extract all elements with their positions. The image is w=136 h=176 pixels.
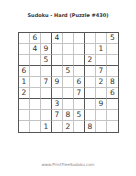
cell-r9c4[interactable] xyxy=(52,121,63,132)
cell-r7c3[interactable] xyxy=(41,99,52,110)
cell-r2c9[interactable] xyxy=(107,44,118,55)
cell-r8c2[interactable] xyxy=(30,110,41,121)
cell-r7c1[interactable] xyxy=(19,99,30,110)
cell-r9c8[interactable] xyxy=(96,121,107,132)
cell-r8c8[interactable] xyxy=(96,110,107,121)
cell-r1c8[interactable] xyxy=(96,33,107,44)
cell-r9c7[interactable]: 8 xyxy=(85,121,96,132)
cell-r7c4[interactable]: 3 xyxy=(52,99,63,110)
cell-r5c3[interactable]: 7 xyxy=(41,77,52,88)
cell-r9c1[interactable] xyxy=(19,121,30,132)
cell-r7c7[interactable] xyxy=(85,99,96,110)
cell-r2c3[interactable]: 9 xyxy=(41,44,52,55)
cell-r2c7[interactable] xyxy=(85,44,96,55)
cell-r2c4[interactable] xyxy=(52,44,63,55)
cell-r3c5[interactable] xyxy=(63,55,74,66)
cell-r1c7[interactable] xyxy=(85,33,96,44)
cell-r3c9[interactable] xyxy=(107,55,118,66)
cell-r5c7[interactable] xyxy=(85,77,96,88)
cell-r6c5[interactable] xyxy=(63,88,74,99)
cell-r7c8[interactable]: 9 xyxy=(96,99,107,110)
cell-r5c1[interactable]: 1 xyxy=(19,77,30,88)
cell-r7c9[interactable] xyxy=(107,99,118,110)
cell-r6c3[interactable] xyxy=(41,88,52,99)
cell-r5c2[interactable] xyxy=(30,77,41,88)
page-title: Sudoku - Hard (Puzzle #430) xyxy=(0,12,136,18)
cell-r1c6[interactable] xyxy=(74,33,85,44)
cell-r9c5[interactable]: 2 xyxy=(63,121,74,132)
footer-url: www.PrintFreeSudoku.com xyxy=(0,162,136,167)
cell-r1c9[interactable]: 5 xyxy=(107,33,118,44)
cell-r4c7[interactable] xyxy=(85,66,96,77)
cell-r3c4[interactable] xyxy=(52,55,63,66)
cell-r4c3[interactable] xyxy=(41,66,52,77)
cell-r9c2[interactable] xyxy=(30,121,41,132)
cell-r3c3[interactable]: 5 xyxy=(41,55,52,66)
cell-r5c4[interactable]: 9 xyxy=(52,77,63,88)
cell-r2c8[interactable]: 1 xyxy=(96,44,107,55)
cell-r8c4[interactable]: 7 xyxy=(52,110,63,121)
printable-sudoku-page: Sudoku - Hard (Puzzle #430) 645491526571… xyxy=(0,0,136,176)
cell-r7c5[interactable] xyxy=(63,99,74,110)
cell-r5c8[interactable]: 2 xyxy=(96,77,107,88)
cell-r4c4[interactable] xyxy=(52,66,63,77)
cell-r1c4[interactable]: 4 xyxy=(52,33,63,44)
cell-r4c1[interactable]: 6 xyxy=(19,66,30,77)
cell-r4c5[interactable]: 5 xyxy=(63,66,74,77)
sudoku-grid: 6454915265717962827639785128 xyxy=(18,32,119,133)
cell-r2c2[interactable]: 4 xyxy=(30,44,41,55)
cell-r9c6[interactable] xyxy=(74,121,85,132)
cell-r4c6[interactable] xyxy=(74,66,85,77)
cell-r6c1[interactable]: 2 xyxy=(19,88,30,99)
cell-r1c3[interactable] xyxy=(41,33,52,44)
cell-r3c8[interactable] xyxy=(96,55,107,66)
cell-r4c8[interactable]: 7 xyxy=(96,66,107,77)
cell-r8c6[interactable]: 5 xyxy=(74,110,85,121)
cell-r7c2[interactable] xyxy=(30,99,41,110)
cell-r6c9[interactable]: 6 xyxy=(107,88,118,99)
cell-r3c6[interactable] xyxy=(74,55,85,66)
cell-r6c7[interactable] xyxy=(85,88,96,99)
cell-r3c7[interactable]: 2 xyxy=(85,55,96,66)
cell-r6c8[interactable] xyxy=(96,88,107,99)
cell-r8c5[interactable]: 8 xyxy=(63,110,74,121)
cell-r7c6[interactable] xyxy=(74,99,85,110)
cell-r9c3[interactable]: 1 xyxy=(41,121,52,132)
cell-r4c9[interactable] xyxy=(107,66,118,77)
cell-r6c4[interactable] xyxy=(52,88,63,99)
cell-r3c1[interactable] xyxy=(19,55,30,66)
cell-r2c5[interactable] xyxy=(63,44,74,55)
cell-r8c9[interactable] xyxy=(107,110,118,121)
cell-r1c5[interactable] xyxy=(63,33,74,44)
cell-r1c2[interactable]: 6 xyxy=(30,33,41,44)
cell-r2c1[interactable] xyxy=(19,44,30,55)
cell-r9c9[interactable] xyxy=(107,121,118,132)
cell-r5c9[interactable]: 8 xyxy=(107,77,118,88)
cell-r1c1[interactable] xyxy=(19,33,30,44)
cell-r5c5[interactable] xyxy=(63,77,74,88)
cell-r4c2[interactable] xyxy=(30,66,41,77)
cell-r6c6[interactable]: 7 xyxy=(74,88,85,99)
cell-r6c2[interactable] xyxy=(30,88,41,99)
cell-r8c1[interactable] xyxy=(19,110,30,121)
cell-r8c3[interactable] xyxy=(41,110,52,121)
cell-r2c6[interactable] xyxy=(74,44,85,55)
cell-r8c7[interactable] xyxy=(85,110,96,121)
cell-r5c6[interactable]: 6 xyxy=(74,77,85,88)
cell-r3c2[interactable] xyxy=(30,55,41,66)
